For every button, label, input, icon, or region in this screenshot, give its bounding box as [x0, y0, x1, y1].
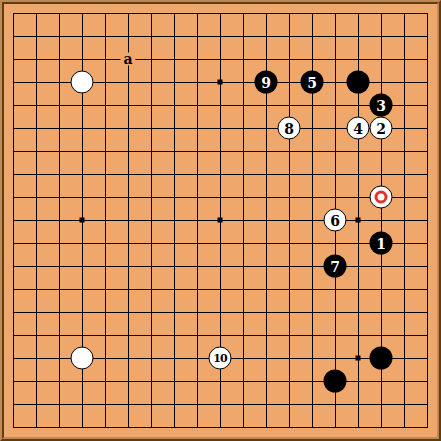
stone-black-7: 7 [324, 255, 347, 278]
star-point [356, 356, 361, 361]
stone-white [71, 347, 94, 370]
move-number: 3 [376, 98, 386, 112]
star-point [218, 80, 223, 85]
stone-black [347, 71, 370, 94]
move-number: 5 [307, 75, 317, 89]
star-point [356, 218, 361, 223]
stone-black-9: 9 [255, 71, 278, 94]
move-number: 10 [213, 353, 226, 364]
move-number: 4 [353, 121, 363, 135]
move-number: 9 [261, 75, 271, 89]
stone-white-2: 2 [370, 117, 393, 140]
star-point [80, 218, 85, 223]
stone-white [71, 71, 94, 94]
board-label-a: a [120, 53, 135, 66]
star-point [218, 218, 223, 223]
stone-white-10: 10 [209, 347, 232, 370]
move-number: 7 [330, 259, 340, 273]
stone-black-5: 5 [301, 71, 324, 94]
circle-mark-icon [375, 191, 388, 204]
move-number: 8 [284, 121, 294, 135]
stone-black [324, 370, 347, 393]
stone-white-6: 6 [324, 209, 347, 232]
stone-black-3: 3 [370, 94, 393, 117]
move-number: 1 [376, 236, 386, 250]
stone-white-4: 4 [347, 117, 370, 140]
stone-white-8: 8 [278, 117, 301, 140]
stone-white-circled [370, 186, 393, 209]
stone-black-1: 1 [370, 232, 393, 255]
go-board-diagram: 24681013579a [0, 0, 441, 441]
move-number: 6 [330, 213, 340, 227]
stones-layer: 24681013579a [0, 0, 441, 441]
move-number: 2 [376, 121, 386, 135]
stone-black [370, 347, 393, 370]
